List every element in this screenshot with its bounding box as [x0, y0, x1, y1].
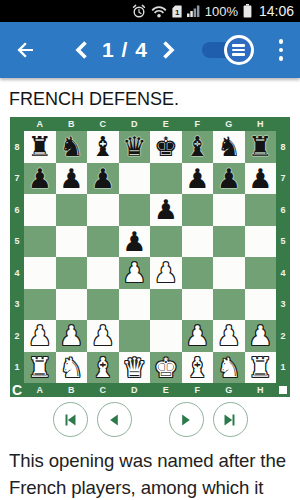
clock-time: 14:06 — [259, 3, 294, 19]
square-h1[interactable]: ♜ — [245, 352, 277, 384]
square-f4[interactable] — [182, 257, 214, 289]
black-rook: ♜ — [248, 131, 272, 163]
square-f1[interactable]: ♝ — [182, 352, 214, 384]
square-e3[interactable] — [150, 289, 182, 321]
coord-file-b: B — [56, 383, 88, 397]
white-pawn: ♟ — [154, 257, 178, 289]
battery-icon — [243, 4, 252, 18]
coord-rank-8: 8 — [10, 131, 24, 163]
white-bishop: ♝ — [185, 352, 209, 384]
coord-rank-3: 3 — [10, 289, 24, 321]
square-f3[interactable] — [182, 289, 214, 321]
square-c7[interactable]: ♟ — [87, 163, 119, 195]
square-f2[interactable]: ♟ — [182, 320, 214, 352]
black-pawn: ♟ — [217, 163, 241, 195]
previous-icon — [105, 411, 123, 429]
white-rook: ♜ — [248, 352, 272, 384]
board-view-toggle[interactable] — [202, 35, 254, 65]
coord-rank-6: 6 — [10, 194, 24, 226]
coord-rank-4: 4 — [276, 257, 290, 289]
black-rook: ♜ — [28, 131, 52, 163]
square-d5[interactable]: ♟ — [119, 226, 151, 258]
move-navigation — [0, 402, 300, 437]
square-h7[interactable]: ♟ — [245, 163, 277, 195]
black-queen: ♛ — [122, 131, 146, 163]
square-d7[interactable] — [119, 163, 151, 195]
page-title: FRENCH DEFENSE. — [9, 89, 290, 110]
white-pawn: ♟ — [248, 320, 272, 352]
board-grid: ♜♞♝♛♚♝♞♜♟♟♟♟♟♟♟♟♟♟♟♟♟♟♟♟♜♞♝♛♚♝♞♜ — [24, 131, 276, 383]
black-bishop: ♝ — [91, 131, 115, 163]
first-move-button[interactable] — [53, 402, 88, 437]
square-d3[interactable] — [119, 289, 151, 321]
square-e4[interactable]: ♟ — [150, 257, 182, 289]
square-h3[interactable] — [245, 289, 277, 321]
white-pawn: ♟ — [28, 320, 52, 352]
square-h5[interactable] — [245, 226, 277, 258]
coord-rank-7: 7 — [276, 163, 290, 195]
lesson-text: This opening was named after the French … — [0, 447, 300, 500]
svg-text:1: 1 — [175, 7, 180, 16]
square-g7[interactable]: ♟ — [213, 163, 245, 195]
square-h4[interactable] — [245, 257, 277, 289]
white-pawn: ♟ — [217, 320, 241, 352]
white-knight: ♞ — [217, 352, 241, 384]
coord-file-d: D — [119, 117, 151, 131]
signal-icon — [187, 5, 200, 17]
coord-rank-2: 2 — [10, 320, 24, 352]
page-indicator: 1 / 4 — [102, 38, 148, 62]
square-g2[interactable]: ♟ — [213, 320, 245, 352]
square-c6[interactable] — [87, 194, 119, 226]
file-labels-bottom: ABCDEFGH — [24, 383, 276, 397]
coord-file-a: A — [24, 383, 56, 397]
square-h2[interactable]: ♟ — [245, 320, 277, 352]
square-c8[interactable]: ♝ — [87, 131, 119, 163]
square-g6[interactable] — [213, 194, 245, 226]
square-b6[interactable] — [56, 194, 88, 226]
battery-percentage: 100% — [205, 4, 238, 19]
coord-rank-6: 6 — [276, 194, 290, 226]
file-labels-top: ABCDEFGH — [24, 117, 276, 131]
square-c3[interactable] — [87, 289, 119, 321]
coord-rank-3: 3 — [276, 289, 290, 321]
rank-labels-left: 87654321 — [10, 131, 24, 383]
coord-file-g: G — [213, 383, 245, 397]
back-arrow-icon[interactable] — [14, 38, 38, 62]
coord-file-b: B — [56, 117, 88, 131]
square-a4[interactable] — [24, 257, 56, 289]
next-icon — [177, 411, 195, 429]
coord-file-h: H — [245, 383, 277, 397]
square-g8[interactable]: ♞ — [213, 131, 245, 163]
square-h8[interactable]: ♜ — [245, 131, 277, 163]
skip-to-end-icon — [221, 411, 239, 429]
square-c5[interactable] — [87, 226, 119, 258]
black-knight: ♞ — [217, 131, 241, 163]
coord-rank-1: 1 — [10, 352, 24, 384]
black-pawn: ♟ — [28, 163, 52, 195]
square-b4[interactable] — [56, 257, 88, 289]
square-f8[interactable]: ♝ — [182, 131, 214, 163]
rank-labels-right: 87654321 — [276, 131, 290, 383]
coord-rank-1: 1 — [276, 352, 290, 384]
coord-file-g: G — [213, 117, 245, 131]
next-move-button[interactable] — [169, 402, 204, 437]
chevron-left-icon[interactable] — [72, 40, 92, 60]
black-king: ♚ — [154, 131, 178, 163]
white-king: ♚ — [154, 352, 178, 384]
coord-file-c: C — [87, 117, 119, 131]
coord-file-e: E — [150, 383, 182, 397]
square-g1[interactable]: ♞ — [213, 352, 245, 384]
page-navigator: 1 / 4 — [72, 38, 178, 62]
square-d1[interactable]: ♛ — [119, 352, 151, 384]
coord-file-a: A — [24, 117, 56, 131]
square-d2[interactable] — [119, 320, 151, 352]
square-f6[interactable] — [182, 194, 214, 226]
board-lines-icon — [224, 35, 254, 65]
white-pawn: ♟ — [91, 320, 115, 352]
overflow-menu-icon[interactable] — [276, 36, 287, 64]
black-pawn: ♟ — [91, 163, 115, 195]
square-f5[interactable] — [182, 226, 214, 258]
square-h6[interactable] — [245, 194, 277, 226]
square-g3[interactable] — [213, 289, 245, 321]
coord-file-e: E — [150, 117, 182, 131]
coord-file-h: H — [245, 117, 277, 131]
white-pawn: ♟ — [185, 320, 209, 352]
white-bishop: ♝ — [91, 352, 115, 384]
square-c1[interactable]: ♝ — [87, 352, 119, 384]
coord-file-f: F — [182, 117, 214, 131]
square-a5[interactable] — [24, 226, 56, 258]
coord-file-d: D — [119, 383, 151, 397]
square-e7[interactable] — [150, 163, 182, 195]
black-pawn: ♟ — [154, 194, 178, 226]
square-b1[interactable]: ♞ — [56, 352, 88, 384]
toolbar: 1 / 4 — [0, 22, 300, 78]
coord-rank-8: 8 — [276, 131, 290, 163]
square-f7[interactable]: ♟ — [182, 163, 214, 195]
black-pawn: ♟ — [248, 163, 272, 195]
square-e8[interactable]: ♚ — [150, 131, 182, 163]
coord-file-c: C — [87, 383, 119, 397]
square-e6[interactable]: ♟ — [150, 194, 182, 226]
chevron-right-icon[interactable] — [158, 40, 178, 60]
square-b7[interactable]: ♟ — [56, 163, 88, 195]
black-pawn: ♟ — [122, 226, 146, 258]
square-c4[interactable] — [87, 257, 119, 289]
white-to-move-indicator — [279, 386, 287, 394]
square-d8[interactable]: ♛ — [119, 131, 151, 163]
square-e2[interactable] — [150, 320, 182, 352]
skip-to-start-icon — [61, 411, 79, 429]
sim1-icon: 1 — [172, 5, 182, 18]
square-b5[interactable] — [56, 226, 88, 258]
square-a3[interactable] — [24, 289, 56, 321]
square-a2[interactable]: ♟ — [24, 320, 56, 352]
coord-rank-4: 4 — [10, 257, 24, 289]
square-a8[interactable]: ♜ — [24, 131, 56, 163]
square-g5[interactable] — [213, 226, 245, 258]
square-d4[interactable]: ♟ — [119, 257, 151, 289]
square-c2[interactable]: ♟ — [87, 320, 119, 352]
black-bishop: ♝ — [185, 131, 209, 163]
square-g4[interactable] — [213, 257, 245, 289]
square-a1[interactable]: ♜ — [24, 352, 56, 384]
last-move-button[interactable] — [213, 402, 248, 437]
black-pawn: ♟ — [185, 163, 209, 195]
status-bar: 1 100% 14:06 — [0, 0, 300, 22]
square-b3[interactable] — [56, 289, 88, 321]
previous-move-button[interactable] — [97, 402, 132, 437]
coord-rank-7: 7 — [10, 163, 24, 195]
square-e5[interactable] — [150, 226, 182, 258]
white-queen: ♛ — [122, 352, 146, 384]
coord-rank-5: 5 — [10, 226, 24, 258]
white-knight: ♞ — [59, 352, 83, 384]
square-e1[interactable]: ♚ — [150, 352, 182, 384]
square-a7[interactable]: ♟ — [24, 163, 56, 195]
wifi-icon — [151, 5, 167, 18]
white-rook: ♜ — [28, 352, 52, 384]
black-knight: ♞ — [59, 131, 83, 163]
coord-file-f: F — [182, 383, 214, 397]
black-pawn: ♟ — [59, 163, 83, 195]
square-d6[interactable] — [119, 194, 151, 226]
white-pawn: ♟ — [59, 320, 83, 352]
square-b2[interactable]: ♟ — [56, 320, 88, 352]
square-b8[interactable]: ♞ — [56, 131, 88, 163]
chess-board[interactable]: ABCDEFGH ABCDEFGH 87654321 87654321 ♜♞♝♛… — [10, 117, 290, 397]
coord-rank-2: 2 — [276, 320, 290, 352]
coord-rank-5: 5 — [276, 226, 290, 258]
white-pawn: ♟ — [122, 257, 146, 289]
alarm-icon — [132, 4, 146, 18]
chessking-logo: C — [12, 383, 22, 397]
square-a6[interactable] — [24, 194, 56, 226]
